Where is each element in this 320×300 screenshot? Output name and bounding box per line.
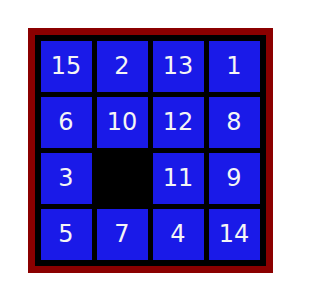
puzzle-board-frame: 152131610128311957414 xyxy=(28,28,273,273)
blank-cell xyxy=(97,153,148,204)
tile-12[interactable]: 12 xyxy=(153,97,204,148)
tile-8[interactable]: 8 xyxy=(209,97,260,148)
tile-1[interactable]: 1 xyxy=(209,41,260,92)
tile-3[interactable]: 3 xyxy=(41,153,92,204)
tile-14[interactable]: 14 xyxy=(209,209,260,260)
tile-9[interactable]: 9 xyxy=(209,153,260,204)
tile-7[interactable]: 7 xyxy=(97,209,148,260)
tile-4[interactable]: 4 xyxy=(153,209,204,260)
tile-11[interactable]: 11 xyxy=(153,153,204,204)
tile-13[interactable]: 13 xyxy=(153,41,204,92)
tile-2[interactable]: 2 xyxy=(97,41,148,92)
tile-15[interactable]: 15 xyxy=(41,41,92,92)
tile-6[interactable]: 6 xyxy=(41,97,92,148)
tile-5[interactable]: 5 xyxy=(41,209,92,260)
puzzle-grid: 152131610128311957414 xyxy=(41,41,260,260)
tile-10[interactable]: 10 xyxy=(97,97,148,148)
